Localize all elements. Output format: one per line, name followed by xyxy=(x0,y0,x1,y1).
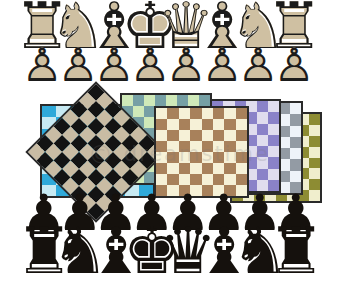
board-square xyxy=(224,119,235,130)
white-pawn: ♟♙ xyxy=(60,28,96,88)
board-square xyxy=(202,108,213,119)
board-square xyxy=(42,106,56,117)
board-square xyxy=(213,130,224,141)
board-square xyxy=(213,141,224,152)
board-square xyxy=(167,108,178,119)
white-pawn: ♟♙ xyxy=(96,28,132,88)
white-pawn: ♟♙ xyxy=(240,28,276,88)
board-square xyxy=(167,141,178,152)
board-square xyxy=(202,152,213,163)
board-square xyxy=(156,108,167,119)
board-square xyxy=(213,119,224,130)
board-square xyxy=(236,108,247,119)
board-square xyxy=(179,108,190,119)
board-square xyxy=(190,163,201,174)
board-square xyxy=(155,95,166,106)
board-square xyxy=(236,119,247,130)
board-square xyxy=(257,124,268,135)
board-square xyxy=(166,95,177,106)
board-square xyxy=(190,119,201,130)
board-square xyxy=(167,163,178,174)
board-square xyxy=(202,163,213,174)
board-square xyxy=(202,141,213,152)
board-square xyxy=(179,141,190,152)
board-square xyxy=(236,141,247,152)
board-square xyxy=(188,95,199,106)
board-square xyxy=(309,125,320,136)
board-square xyxy=(156,119,167,130)
board-square xyxy=(156,130,167,141)
board-square xyxy=(133,95,144,106)
piece-fill: ♜ xyxy=(267,214,324,288)
board-square xyxy=(290,103,301,114)
black-rook-icon: ♜ xyxy=(267,219,324,283)
board-square xyxy=(268,124,279,135)
white-pawn: ♟♙ xyxy=(24,28,60,88)
board-square xyxy=(213,108,224,119)
board-square xyxy=(190,130,201,141)
board-square xyxy=(190,141,201,152)
board-square xyxy=(268,157,279,168)
board-square xyxy=(199,95,210,106)
black-rook: ♜ xyxy=(278,223,314,283)
board-square xyxy=(156,141,167,152)
board-square xyxy=(290,114,301,125)
board-square xyxy=(122,95,133,106)
board-square xyxy=(167,152,178,163)
board-square xyxy=(290,148,301,159)
piece-outline: ♙ xyxy=(273,38,314,92)
board-square xyxy=(156,163,167,174)
board-square xyxy=(236,163,247,174)
board-square xyxy=(133,106,144,117)
board-square xyxy=(179,130,190,141)
board-square xyxy=(257,157,268,168)
board-square xyxy=(167,119,178,130)
white-pawn-icon: ♟♙ xyxy=(273,42,314,88)
white-pawn: ♟♙ xyxy=(276,28,312,88)
board-square xyxy=(268,101,279,112)
board-square xyxy=(213,163,224,174)
board-square xyxy=(179,119,190,130)
white-pawn: ♟♙ xyxy=(132,28,168,88)
board-square xyxy=(290,126,301,137)
board-square xyxy=(236,130,247,141)
board-square xyxy=(309,158,320,169)
board-square xyxy=(224,163,235,174)
board-square xyxy=(268,146,279,157)
board-square xyxy=(156,152,167,163)
board-square xyxy=(257,146,268,157)
board-square xyxy=(290,137,301,148)
board-square xyxy=(202,119,213,130)
board-square xyxy=(224,141,235,152)
board-square xyxy=(257,112,268,123)
chess-clipart-canvas: © dreamstime ♜♖♞♘♝♗♚♔♛♕♝♗♞♘♜♖♟♙♟♙♟♙♟♙♟♙♟… xyxy=(0,0,340,300)
board-square xyxy=(236,152,247,163)
board-square xyxy=(202,130,213,141)
board-square xyxy=(177,95,188,106)
board-square xyxy=(179,152,190,163)
board-square xyxy=(167,130,178,141)
board-square xyxy=(268,112,279,123)
black-piece-row-4: ♜♞♝♚♛♝♞♜ xyxy=(0,223,314,283)
board-square xyxy=(144,95,155,106)
board-square xyxy=(224,108,235,119)
board-square xyxy=(213,152,224,163)
white-pawn: ♟♙ xyxy=(168,28,204,88)
board-square xyxy=(190,108,201,119)
board-square xyxy=(268,135,279,146)
board-square xyxy=(257,101,268,112)
white-piece-row-2: ♟♙♟♙♟♙♟♙♟♙♟♙♟♙♟♙ xyxy=(0,28,312,88)
board-square xyxy=(257,135,268,146)
board-square xyxy=(309,136,320,147)
board-square xyxy=(224,152,235,163)
board-square xyxy=(290,159,301,170)
board-square xyxy=(190,152,201,163)
board-square xyxy=(179,163,190,174)
board-square xyxy=(224,130,235,141)
white-pawn: ♟♙ xyxy=(204,28,240,88)
board-square xyxy=(309,147,320,158)
board-square xyxy=(309,114,320,125)
